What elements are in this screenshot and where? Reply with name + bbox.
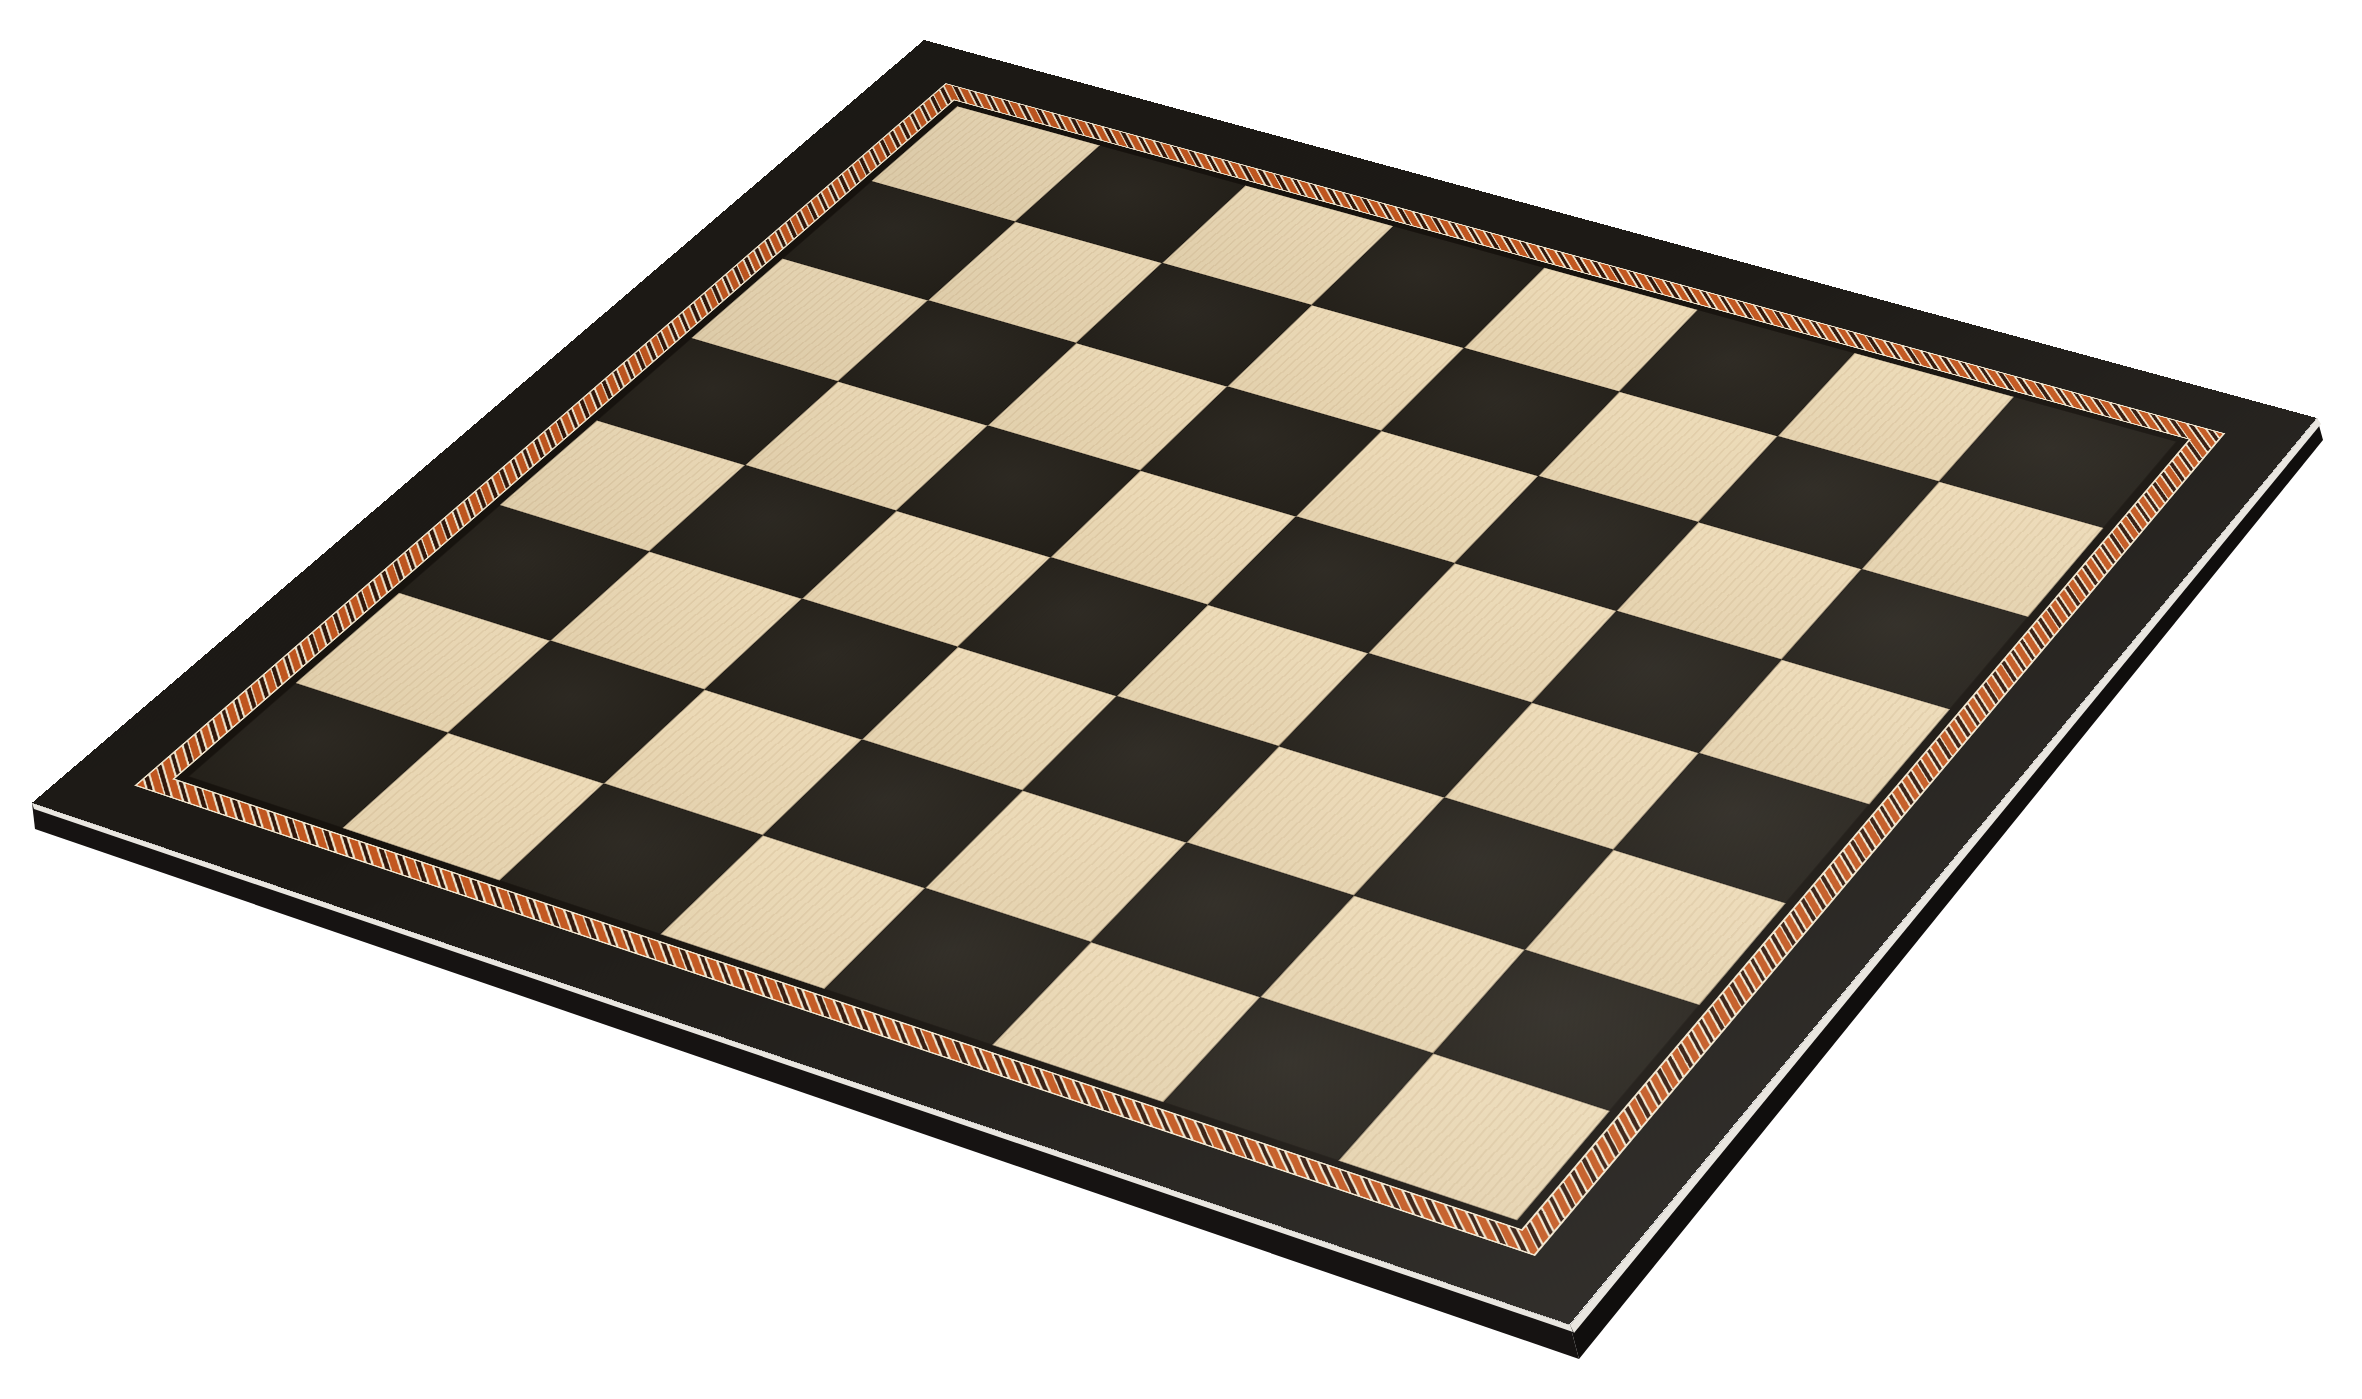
scene bbox=[0, 0, 2362, 1399]
board-inner-margin bbox=[172, 99, 2191, 1231]
chessboard bbox=[32, 40, 2317, 1325]
inlay-border bbox=[134, 83, 2225, 1256]
board-grid bbox=[188, 106, 2177, 1220]
